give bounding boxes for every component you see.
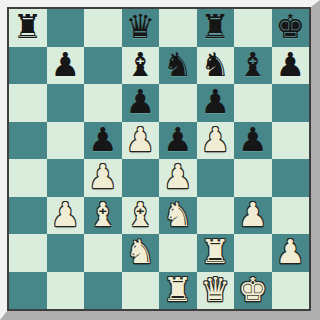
piece-black-bishop: ♝ — [238, 47, 268, 84]
square-e8[interactable] — [159, 9, 197, 47]
square-c2[interactable] — [84, 234, 122, 272]
square-h5[interactable] — [272, 122, 310, 160]
piece-black-pawn: ♟ — [50, 47, 80, 84]
piece-black-pawn: ♟ — [200, 84, 230, 121]
piece-black-rook: ♜ — [200, 9, 230, 46]
square-f4[interactable] — [197, 159, 235, 197]
square-d1[interactable] — [122, 272, 160, 310]
square-g4[interactable] — [234, 159, 272, 197]
square-g8[interactable] — [234, 9, 272, 47]
piece-white-queen: ♛ — [200, 272, 230, 309]
piece-white-rook: ♜ — [200, 234, 230, 271]
square-h2[interactable]: ♟ — [272, 234, 310, 272]
square-f8[interactable]: ♜ — [197, 9, 235, 47]
square-f2[interactable]: ♜ — [197, 234, 235, 272]
piece-white-bishop: ♝ — [88, 197, 118, 234]
piece-black-pawn: ♟ — [125, 84, 155, 121]
piece-black-pawn: ♟ — [163, 122, 193, 159]
piece-white-pawn: ♟ — [275, 234, 305, 271]
square-b2[interactable] — [47, 234, 85, 272]
square-e3[interactable]: ♞ — [159, 197, 197, 235]
square-e6[interactable] — [159, 84, 197, 122]
square-a4[interactable] — [9, 159, 47, 197]
square-d5[interactable]: ♟ — [122, 122, 160, 160]
square-c3[interactable]: ♝ — [84, 197, 122, 235]
square-b1[interactable] — [47, 272, 85, 310]
piece-black-queen: ♛ — [125, 9, 155, 46]
piece-black-rook: ♜ — [13, 9, 43, 46]
piece-white-knight: ♞ — [125, 234, 155, 271]
square-e2[interactable] — [159, 234, 197, 272]
square-g6[interactable] — [234, 84, 272, 122]
square-c6[interactable] — [84, 84, 122, 122]
square-d2[interactable]: ♞ — [122, 234, 160, 272]
square-d6[interactable]: ♟ — [122, 84, 160, 122]
square-b3[interactable]: ♟ — [47, 197, 85, 235]
square-a1[interactable] — [9, 272, 47, 310]
piece-white-pawn: ♟ — [125, 122, 155, 159]
square-e1[interactable]: ♜ — [159, 272, 197, 310]
piece-black-bishop: ♝ — [125, 47, 155, 84]
square-b5[interactable] — [47, 122, 85, 160]
square-d3[interactable]: ♝ — [122, 197, 160, 235]
square-h8[interactable]: ♚ — [272, 9, 310, 47]
piece-black-knight: ♞ — [200, 47, 230, 84]
piece-white-pawn: ♟ — [88, 159, 118, 196]
piece-white-knight: ♞ — [163, 197, 193, 234]
piece-white-bishop: ♝ — [125, 197, 155, 234]
square-h3[interactable] — [272, 197, 310, 235]
piece-white-king: ♚ — [238, 272, 268, 309]
square-g3[interactable]: ♟ — [234, 197, 272, 235]
square-c4[interactable]: ♟ — [84, 159, 122, 197]
piece-black-pawn: ♟ — [238, 122, 268, 159]
square-c5[interactable]: ♟ — [84, 122, 122, 160]
square-a8[interactable]: ♜ — [9, 9, 47, 47]
square-g1[interactable]: ♚ — [234, 272, 272, 310]
chess-diagram: ♜♛♜♚♟♝♞♞♝♟♟♟♟♟♟♟♟♟♟♟♝♝♞♟♞♜♟♜♛♚ — [0, 0, 320, 320]
square-f7[interactable]: ♞ — [197, 47, 235, 85]
square-c7[interactable] — [84, 47, 122, 85]
piece-black-pawn: ♟ — [88, 122, 118, 159]
square-c1[interactable] — [84, 272, 122, 310]
board-frame: ♜♛♜♚♟♝♞♞♝♟♟♟♟♟♟♟♟♟♟♟♝♝♞♟♞♜♟♜♛♚ — [7, 7, 311, 311]
square-d8[interactable]: ♛ — [122, 9, 160, 47]
square-f5[interactable]: ♟ — [197, 122, 235, 160]
square-e4[interactable]: ♟ — [159, 159, 197, 197]
piece-white-pawn: ♟ — [50, 197, 80, 234]
square-a6[interactable] — [9, 84, 47, 122]
square-h6[interactable] — [272, 84, 310, 122]
square-b4[interactable] — [47, 159, 85, 197]
square-a5[interactable] — [9, 122, 47, 160]
square-a2[interactable] — [9, 234, 47, 272]
square-g5[interactable]: ♟ — [234, 122, 272, 160]
square-a3[interactable] — [9, 197, 47, 235]
square-f1[interactable]: ♛ — [197, 272, 235, 310]
square-h4[interactable] — [272, 159, 310, 197]
square-d4[interactable] — [122, 159, 160, 197]
square-a7[interactable] — [9, 47, 47, 85]
square-b8[interactable] — [47, 9, 85, 47]
piece-white-pawn: ♟ — [163, 159, 193, 196]
square-g2[interactable] — [234, 234, 272, 272]
square-f6[interactable]: ♟ — [197, 84, 235, 122]
piece-black-knight: ♞ — [163, 47, 193, 84]
piece-white-pawn: ♟ — [200, 122, 230, 159]
piece-black-pawn: ♟ — [275, 47, 305, 84]
square-c8[interactable] — [84, 9, 122, 47]
chess-board: ♜♛♜♚♟♝♞♞♝♟♟♟♟♟♟♟♟♟♟♟♝♝♞♟♞♜♟♜♛♚ — [9, 9, 309, 309]
square-e5[interactable]: ♟ — [159, 122, 197, 160]
square-d7[interactable]: ♝ — [122, 47, 160, 85]
piece-black-king: ♚ — [275, 9, 305, 46]
piece-white-pawn: ♟ — [238, 197, 268, 234]
square-h1[interactable] — [272, 272, 310, 310]
square-b6[interactable] — [47, 84, 85, 122]
square-b7[interactable]: ♟ — [47, 47, 85, 85]
piece-white-rook: ♜ — [163, 272, 193, 309]
square-e7[interactable]: ♞ — [159, 47, 197, 85]
square-h7[interactable]: ♟ — [272, 47, 310, 85]
square-g7[interactable]: ♝ — [234, 47, 272, 85]
square-f3[interactable] — [197, 197, 235, 235]
